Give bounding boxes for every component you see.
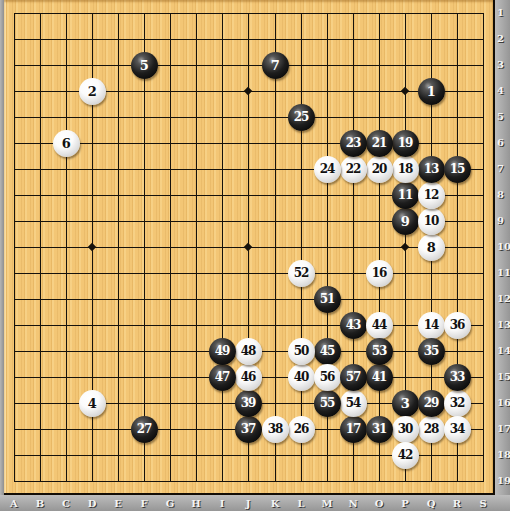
- horizontal-grid-line: [14, 273, 484, 274]
- move-number: 31: [372, 423, 387, 435]
- vertical-grid-line: [301, 13, 302, 482]
- move-number: 42: [398, 449, 413, 461]
- move-number: 2: [88, 85, 97, 98]
- stone-black-move-55-m16[interactable]: 55: [314, 390, 341, 417]
- column-label-g: G: [162, 499, 178, 509]
- stone-black-move-47-i15[interactable]: 47: [209, 364, 236, 391]
- stone-white-move-34-r17[interactable]: 34: [444, 416, 471, 443]
- stone-white-move-38-k17[interactable]: 38: [262, 416, 289, 443]
- stone-white-move-28-q17[interactable]: 28: [418, 416, 445, 443]
- star-point-j4: [244, 87, 252, 95]
- move-number: 13: [424, 163, 439, 175]
- row-label-17: 17: [497, 424, 510, 434]
- move-number: 25: [294, 111, 309, 123]
- move-number: 32: [450, 397, 465, 409]
- move-number: 22: [346, 163, 361, 175]
- move-number: 23: [346, 137, 361, 149]
- stone-black-move-39-j16[interactable]: 39: [235, 390, 262, 417]
- stone-black-move-33-r15[interactable]: 33: [444, 364, 471, 391]
- move-number: 53: [372, 345, 387, 357]
- stone-white-move-46-j15[interactable]: 46: [235, 364, 262, 391]
- stone-white-move-20-o7[interactable]: 20: [366, 156, 393, 183]
- stone-black-move-17-n17[interactable]: 17: [340, 416, 367, 443]
- stone-black-move-23-n6[interactable]: 23: [340, 130, 367, 157]
- row-label-19: 19: [497, 476, 510, 486]
- column-coordinate-strip: ABCDEFGHIJKLMNOPQRS: [0, 495, 510, 511]
- column-label-s: S: [475, 499, 491, 509]
- move-number: 38: [268, 423, 283, 435]
- move-number: 49: [215, 345, 230, 357]
- move-number: 30: [398, 423, 413, 435]
- stone-black-move-35-q14[interactable]: 35: [418, 338, 445, 365]
- column-label-f: F: [136, 499, 152, 509]
- move-number: 29: [424, 397, 439, 409]
- column-label-q: Q: [423, 499, 439, 509]
- row-label-6: 6: [497, 138, 510, 148]
- horizontal-grid-line: [14, 481, 484, 482]
- move-number: 20: [372, 163, 387, 175]
- vertical-grid-line: [483, 13, 484, 482]
- stone-black-move-9-p9[interactable]: 9: [392, 208, 419, 235]
- column-label-c: C: [58, 499, 74, 509]
- stone-black-move-27-f17[interactable]: 27: [131, 416, 158, 443]
- move-number: 21: [372, 137, 387, 149]
- move-number: 26: [294, 423, 309, 435]
- stone-black-move-25-l5[interactable]: 25: [288, 104, 315, 131]
- column-label-b: B: [32, 499, 48, 509]
- horizontal-grid-line: [14, 13, 484, 14]
- move-number: 17: [346, 423, 361, 435]
- row-label-18: 18: [497, 450, 510, 460]
- stone-black-move-49-i14[interactable]: 49: [209, 338, 236, 365]
- move-number: 3: [401, 397, 410, 410]
- stone-white-move-36-r13[interactable]: 36: [444, 312, 471, 339]
- row-label-16: 16: [497, 398, 510, 408]
- stone-black-move-45-m14[interactable]: 45: [314, 338, 341, 365]
- move-number: 57: [346, 371, 361, 383]
- stone-white-move-40-l15[interactable]: 40: [288, 364, 315, 391]
- row-label-3: 3: [497, 60, 510, 70]
- column-label-o: O: [371, 499, 387, 509]
- stone-white-move-54-n16[interactable]: 54: [340, 390, 367, 417]
- stone-black-move-41-o15[interactable]: 41: [366, 364, 393, 391]
- stone-white-move-6-c6[interactable]: 6: [53, 130, 80, 157]
- stone-white-move-24-m7[interactable]: 24: [314, 156, 341, 183]
- star-point-d10: [88, 243, 96, 251]
- move-number: 55: [320, 397, 335, 409]
- stone-white-move-18-p7[interactable]: 18: [392, 156, 419, 183]
- column-label-i: I: [214, 499, 230, 509]
- stone-white-move-32-r16[interactable]: 32: [444, 390, 471, 417]
- column-label-l: L: [293, 499, 309, 509]
- column-label-r: R: [449, 499, 465, 509]
- stone-black-move-37-j17[interactable]: 37: [235, 416, 262, 443]
- move-number: 28: [424, 423, 439, 435]
- move-number: 19: [398, 137, 413, 149]
- move-number: 35: [424, 345, 439, 357]
- stone-black-move-13-q7[interactable]: 13: [418, 156, 445, 183]
- row-coordinate-strip: 12345678910111213141516171819: [495, 0, 510, 495]
- horizontal-grid-line: [14, 117, 484, 118]
- stone-white-move-44-o13[interactable]: 44: [366, 312, 393, 339]
- horizontal-grid-line: [14, 65, 484, 66]
- column-label-k: K: [267, 499, 283, 509]
- stone-black-move-43-n13[interactable]: 43: [340, 312, 367, 339]
- move-number: 6: [62, 137, 71, 150]
- stone-white-move-42-p18[interactable]: 42: [392, 442, 419, 469]
- stone-white-move-14-q13[interactable]: 14: [418, 312, 445, 339]
- move-number: 8: [427, 241, 436, 254]
- stone-black-move-29-q16[interactable]: 29: [418, 390, 445, 417]
- move-number: 51: [320, 293, 335, 305]
- stone-black-move-3-p16[interactable]: 3: [392, 390, 419, 417]
- column-label-d: D: [84, 499, 100, 509]
- horizontal-grid-line: [14, 325, 484, 326]
- row-label-7: 7: [497, 164, 510, 174]
- move-number: 41: [372, 371, 387, 383]
- stone-black-move-11-p8[interactable]: 11: [392, 182, 419, 209]
- stone-black-move-15-r7[interactable]: 15: [444, 156, 471, 183]
- stone-black-move-19-p6[interactable]: 19: [392, 130, 419, 157]
- row-label-1: 1: [497, 8, 510, 18]
- stone-black-move-1-q4[interactable]: 1: [418, 78, 445, 105]
- go-game-diagram: 1234567891011121314151617181920212223242…: [0, 0, 510, 511]
- row-label-14: 14: [497, 346, 510, 356]
- stone-black-move-57-n15[interactable]: 57: [340, 364, 367, 391]
- move-number: 12: [424, 189, 439, 201]
- star-point-p4: [401, 87, 409, 95]
- row-label-5: 5: [497, 112, 510, 122]
- stone-black-move-7-k3[interactable]: 7: [262, 52, 289, 79]
- move-number: 18: [398, 163, 413, 175]
- move-number: 4: [88, 397, 97, 410]
- stone-black-move-51-m12[interactable]: 51: [314, 286, 341, 313]
- stone-white-move-4-d16[interactable]: 4: [79, 390, 106, 417]
- stone-white-move-16-o11[interactable]: 16: [366, 260, 393, 287]
- move-number: 9: [401, 215, 410, 228]
- move-number: 48: [241, 345, 256, 357]
- stone-white-move-22-n7[interactable]: 22: [340, 156, 367, 183]
- move-number: 47: [215, 371, 230, 383]
- move-number: 33: [450, 371, 465, 383]
- stone-white-move-52-l11[interactable]: 52: [288, 260, 315, 287]
- move-number: 27: [137, 423, 152, 435]
- stone-black-move-53-o14[interactable]: 53: [366, 338, 393, 365]
- stone-white-move-8-q10[interactable]: 8: [418, 234, 445, 261]
- go-board[interactable]: 1234567891011121314151617181920212223242…: [4, 0, 495, 495]
- move-number: 40: [294, 371, 309, 383]
- move-number: 24: [320, 163, 335, 175]
- move-number: 34: [450, 423, 465, 435]
- row-label-12: 12: [497, 294, 510, 304]
- vertical-grid-line: [275, 13, 276, 482]
- stone-white-move-48-j14[interactable]: 48: [235, 338, 262, 365]
- move-number: 1: [427, 85, 436, 98]
- move-number: 7: [271, 59, 280, 72]
- move-number: 15: [450, 163, 465, 175]
- row-label-10: 10: [497, 242, 510, 252]
- star-point-p10: [401, 243, 409, 251]
- column-label-a: A: [6, 499, 22, 509]
- row-label-13: 13: [497, 320, 510, 330]
- column-label-n: N: [345, 499, 361, 509]
- move-number: 37: [241, 423, 256, 435]
- stone-white-move-12-q8[interactable]: 12: [418, 182, 445, 209]
- stone-white-move-10-q9[interactable]: 10: [418, 208, 445, 235]
- row-label-8: 8: [497, 190, 510, 200]
- move-number: 44: [372, 319, 387, 331]
- row-label-11: 11: [497, 268, 510, 278]
- column-label-j: J: [240, 499, 256, 509]
- column-label-p: P: [397, 499, 413, 509]
- stone-black-move-5-f3[interactable]: 5: [131, 52, 158, 79]
- move-number: 14: [424, 319, 439, 331]
- row-label-15: 15: [497, 372, 510, 382]
- move-number: 36: [450, 319, 465, 331]
- vertical-grid-line: [379, 13, 380, 482]
- move-number: 39: [241, 397, 256, 409]
- move-number: 16: [372, 267, 387, 279]
- move-number: 52: [294, 267, 309, 279]
- move-number: 54: [346, 397, 361, 409]
- horizontal-grid-line: [14, 39, 484, 40]
- horizontal-grid-line: [14, 299, 484, 300]
- move-number: 10: [424, 215, 439, 227]
- stone-black-move-21-o6[interactable]: 21: [366, 130, 393, 157]
- move-number: 46: [241, 371, 256, 383]
- row-label-9: 9: [497, 216, 510, 226]
- stone-white-move-50-l14[interactable]: 50: [288, 338, 315, 365]
- move-number: 56: [320, 371, 335, 383]
- stone-white-move-56-m15[interactable]: 56: [314, 364, 341, 391]
- stone-white-move-26-l17[interactable]: 26: [288, 416, 315, 443]
- column-label-e: E: [110, 499, 126, 509]
- stone-white-move-30-p17[interactable]: 30: [392, 416, 419, 443]
- move-number: 43: [346, 319, 361, 331]
- stone-white-move-2-d4[interactable]: 2: [79, 78, 106, 105]
- column-label-h: H: [188, 499, 204, 509]
- move-number: 5: [140, 59, 149, 72]
- column-label-m: M: [319, 499, 335, 509]
- row-label-4: 4: [497, 86, 510, 96]
- move-number: 11: [398, 189, 413, 201]
- stone-black-move-31-o17[interactable]: 31: [366, 416, 393, 443]
- move-number: 45: [320, 345, 335, 357]
- move-number: 50: [294, 345, 309, 357]
- star-point-j10: [244, 243, 252, 251]
- row-label-2: 2: [497, 34, 510, 44]
